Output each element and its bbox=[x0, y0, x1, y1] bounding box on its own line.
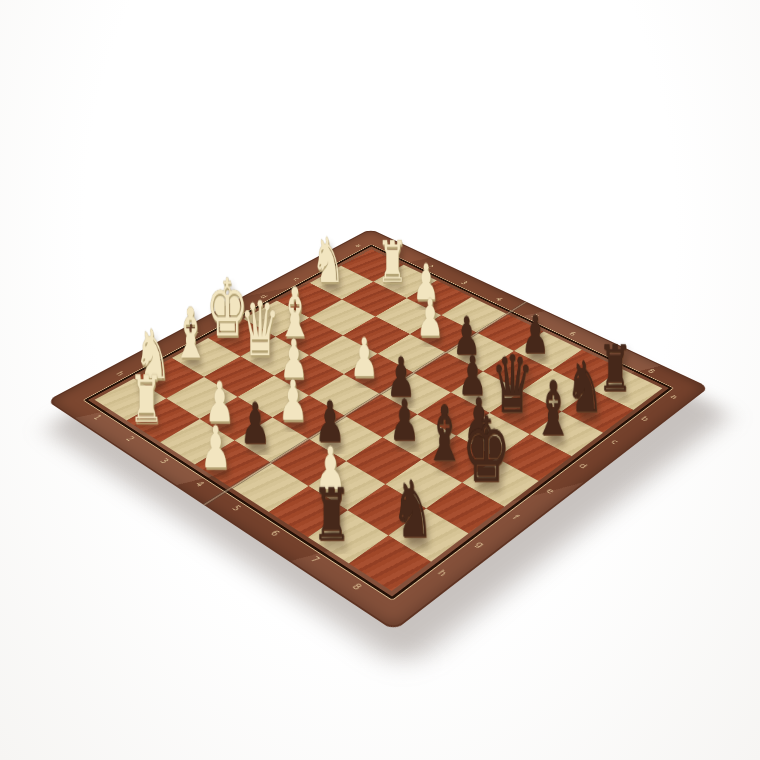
black-pawn-g4[interactable]: ♟ bbox=[240, 396, 270, 452]
white-pawn-b4[interactable]: ♟ bbox=[416, 293, 443, 344]
white-pawn-d4[interactable]: ♟ bbox=[350, 331, 378, 384]
white-knight-b1[interactable]: ♞ bbox=[312, 230, 345, 292]
white-pawn-f4[interactable]: ♟ bbox=[278, 373, 308, 428]
white-bishop-f1[interactable]: ♝ bbox=[172, 299, 209, 368]
white-rook-a2[interactable]: ♜ bbox=[377, 234, 407, 291]
black-pawn-e6[interactable]: ♟ bbox=[389, 393, 419, 449]
white-pawn-h4[interactable]: ♟ bbox=[200, 419, 231, 477]
black-rook-h7[interactable]: ♜ bbox=[312, 480, 350, 551]
white-rook-h2[interactable]: ♜ bbox=[129, 368, 164, 433]
black-bishop-c8[interactable]: ♝ bbox=[533, 372, 573, 446]
black-king-e8[interactable]: ♚ bbox=[462, 406, 510, 496]
chess-board: 12345678 12345678 abcdefgh abcdefgh ♜♟♟♜… bbox=[47, 229, 709, 631]
white-queen-e2[interactable]: ♛ bbox=[240, 292, 280, 367]
product-photo-scene: 12345678 12345678 abcdefgh abcdefgh ♜♟♟♜… bbox=[0, 0, 760, 760]
black-knight-g8[interactable]: ♞ bbox=[392, 471, 434, 549]
black-bishop-e7[interactable]: ♝ bbox=[424, 396, 465, 472]
board-grid: ♜♟♟♜♞♟♟♞♟♛♝♝♟♟♟♚♛♟♟♝♚♝♟♟♞♟♟♟♞♜♟♜ bbox=[95, 249, 663, 591]
